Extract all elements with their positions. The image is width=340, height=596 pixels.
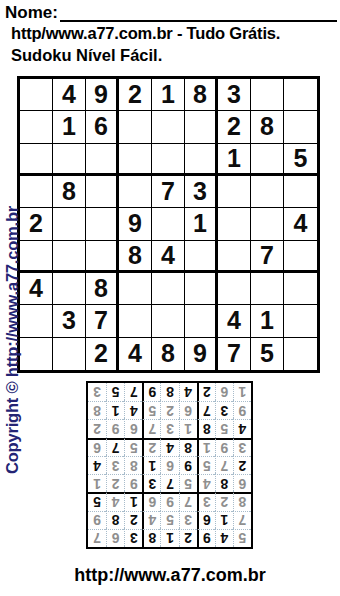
puzzle-cell-r9c9[interactable] [284, 338, 317, 370]
puzzle-cell-r5c9: 4 [284, 208, 317, 240]
puzzle-cell-r9c5: 8 [152, 338, 185, 370]
puzzle-cell-r4c4[interactable] [119, 176, 152, 208]
puzzle-cell-r1c3: 9 [86, 79, 119, 111]
solution-cell-r9c3: 2 [197, 383, 215, 401]
puzzle-cell-r2c7: 2 [218, 111, 251, 143]
solution-cell-r6c6: 2 [142, 438, 160, 456]
solution-cell-r4c3: 4 [197, 474, 215, 492]
solution-cell-r9c6: 9 [142, 383, 160, 401]
puzzle-cell-r8c4[interactable] [119, 305, 152, 337]
solution-cell-r4c6: 3 [142, 474, 160, 492]
puzzle-cell-r4c6: 3 [185, 176, 218, 208]
solution-cell-r4c4: 5 [179, 474, 197, 492]
puzzle-cell-r1c1[interactable] [20, 79, 53, 111]
puzzle-cell-r6c7[interactable] [218, 241, 251, 273]
sudoku-worksheet-page: Nome: http/www.a77.com.br - Tudo Grátis.… [0, 0, 340, 596]
name-label: Nome: [5, 3, 58, 22]
puzzle-cell-r6c3[interactable] [86, 241, 119, 273]
puzzle-cell-r5c7[interactable] [218, 208, 251, 240]
puzzle-cell-r8c1[interactable] [20, 305, 53, 337]
solution-cell-r9c4: 4 [179, 383, 197, 401]
solution-cell-r3c5: 9 [160, 492, 178, 510]
puzzle-cell-r6c2[interactable] [53, 241, 86, 273]
puzzle-cell-r1c4: 2 [119, 79, 152, 111]
puzzle-cell-r5c2[interactable] [53, 208, 86, 240]
solution-cell-r3c3: 3 [197, 492, 215, 510]
puzzle-cell-r2c5[interactable] [152, 111, 185, 143]
solution-cell-r5c2: 7 [215, 456, 233, 474]
puzzle-cell-r8c5[interactable] [152, 305, 185, 337]
solution-cell-r5c4: 9 [179, 456, 197, 474]
puzzle-cell-r7c8[interactable] [251, 273, 284, 305]
puzzle-cell-r6c8: 7 [251, 241, 284, 273]
solution-cell-r7c3: 8 [197, 419, 215, 437]
solution-cell-r2c1: 7 [233, 511, 251, 529]
puzzle-cell-r7c1: 4 [20, 273, 53, 305]
puzzle-cell-r2c3: 6 [86, 111, 119, 143]
solution-cell-r7c7: 6 [124, 419, 142, 437]
puzzle-cell-r2c4[interactable] [119, 111, 152, 143]
copyright-text: Copyright © http://www.a77.com.br [3, 206, 22, 474]
puzzle-cell-r5c5[interactable] [152, 208, 185, 240]
solution-cell-r7c4: 1 [179, 419, 197, 437]
puzzle-cell-r9c2[interactable] [53, 338, 86, 370]
puzzle-cell-r1c7: 3 [218, 79, 251, 111]
puzzle-cell-r3c4[interactable] [119, 144, 152, 176]
solution-cell-r9c2: 6 [215, 383, 233, 401]
solution-cell-r5c6: 1 [142, 456, 160, 474]
puzzle-cell-r4c9[interactable] [284, 176, 317, 208]
solution-cell-r8c6: 5 [142, 401, 160, 419]
solution-cell-r6c9: 6 [88, 438, 106, 456]
solution-cell-r1c9: 7 [88, 529, 106, 547]
solution-cell-r8c4: 6 [179, 401, 197, 419]
puzzle-cell-r9c4: 4 [119, 338, 152, 370]
puzzle-cell-r7c3: 8 [86, 273, 119, 305]
puzzle-cell-r9c3: 2 [86, 338, 119, 370]
solution-cell-r5c3: 5 [197, 456, 215, 474]
puzzle-cell-r9c8: 5 [251, 338, 284, 370]
solution-cell-r4c2: 8 [215, 474, 233, 492]
solution-cell-r9c7: 7 [124, 383, 142, 401]
sudoku-solution-grid-rotated: 5492183677163542898237961456845739212759… [86, 381, 253, 549]
solution-cell-r5c7: 8 [124, 456, 142, 474]
solution-cell-r6c3: 1 [197, 438, 215, 456]
puzzle-cell-r8c6[interactable] [185, 305, 218, 337]
solution-cell-r8c8: 1 [106, 401, 124, 419]
solution-cell-r1c2: 4 [215, 529, 233, 547]
puzzle-cell-r8c3: 7 [86, 305, 119, 337]
puzzle-cell-r1c6: 8 [185, 79, 218, 111]
solution-cell-r3c8: 4 [106, 492, 124, 510]
solution-cell-r1c8: 6 [106, 529, 124, 547]
solution-cell-r3c4: 7 [179, 492, 197, 510]
solution-cell-r7c5: 3 [160, 419, 178, 437]
puzzle-cell-r4c7[interactable] [218, 176, 251, 208]
puzzle-cell-r1c2: 4 [53, 79, 86, 111]
puzzle-cell-r4c1[interactable] [20, 176, 53, 208]
puzzle-cell-r1c9[interactable] [284, 79, 317, 111]
solution-cell-r1c7: 3 [124, 529, 142, 547]
puzzle-cell-r2c9[interactable] [284, 111, 317, 143]
puzzle-cell-r9c6: 9 [185, 338, 218, 370]
solution-cell-r7c1: 4 [233, 419, 251, 437]
puzzle-cell-r9c1[interactable] [20, 338, 53, 370]
solution-cell-r4c7: 9 [124, 474, 142, 492]
solution-cell-r2c6: 4 [142, 511, 160, 529]
puzzle-cell-r5c1: 2 [20, 208, 53, 240]
puzzle-cell-r6c5: 4 [152, 241, 185, 273]
solution-cell-r5c5: 6 [160, 456, 178, 474]
solution-cell-r8c9: 8 [88, 401, 106, 419]
puzzle-cell-r5c4: 9 [119, 208, 152, 240]
solution-cell-r8c1: 9 [233, 401, 251, 419]
solution-cell-r7c8: 9 [106, 419, 124, 437]
puzzle-cell-r3c8[interactable] [251, 144, 284, 176]
solution-cell-r9c5: 8 [160, 383, 178, 401]
puzzle-cell-r2c6[interactable] [185, 111, 218, 143]
puzzle-cell-r6c6[interactable] [185, 241, 218, 273]
solution-cell-r2c3: 6 [197, 511, 215, 529]
solution-cell-r2c9: 9 [88, 511, 106, 529]
solution-cell-r2c8: 8 [106, 511, 124, 529]
puzzle-cell-r8c8: 1 [251, 305, 284, 337]
puzzle-cell-r3c3[interactable] [86, 144, 119, 176]
solution-cell-r3c7: 1 [124, 492, 142, 510]
solution-cell-r9c9: 3 [88, 383, 106, 401]
solution-cell-r8c3: 7 [197, 401, 215, 419]
solution-cell-r6c2: 9 [215, 438, 233, 456]
puzzle-cell-r7c2[interactable] [53, 273, 86, 305]
solution-cell-r7c9: 2 [88, 419, 106, 437]
solution-cell-r8c2: 3 [215, 401, 233, 419]
puzzle-cell-r6c9[interactable] [284, 241, 317, 273]
solution-cell-r8c7: 4 [124, 401, 142, 419]
solution-cell-r6c4: 8 [179, 438, 197, 456]
puzzle-cell-r6c1[interactable] [20, 241, 53, 273]
puzzle-cell-r9c7: 7 [218, 338, 251, 370]
solution-cell-r1c1: 5 [233, 529, 251, 547]
solution-cell-r4c5: 7 [160, 474, 178, 492]
puzzle-cell-r7c9[interactable] [284, 273, 317, 305]
puzzle-cell-r5c6: 1 [185, 208, 218, 240]
puzzle-cell-r7c6[interactable] [185, 273, 218, 305]
solution-cell-r1c5: 1 [160, 529, 178, 547]
footer-url: http://www.a77.com.br [0, 565, 340, 586]
solution-cell-r3c2: 2 [215, 492, 233, 510]
solution-cell-r2c5: 5 [160, 511, 178, 529]
solution-cell-r6c8: 7 [106, 438, 124, 456]
solution-cell-r7c2: 5 [215, 419, 233, 437]
solution-cell-r5c9: 4 [88, 456, 106, 474]
puzzle-cell-r3c7: 1 [218, 144, 251, 176]
puzzle-cell-r4c3[interactable] [86, 176, 119, 208]
solution-cell-r7c6: 7 [142, 419, 160, 437]
puzzle-cell-r3c2[interactable] [53, 144, 86, 176]
puzzle-cell-r2c2: 1 [53, 111, 86, 143]
puzzle-cell-r8c9[interactable] [284, 305, 317, 337]
name-blank-line[interactable] [60, 2, 337, 22]
puzzle-cell-r8c2: 3 [53, 305, 86, 337]
puzzle-cell-r8c7: 4 [218, 305, 251, 337]
puzzle-cell-r3c1[interactable] [20, 144, 53, 176]
solution-cell-r9c1: 1 [233, 383, 251, 401]
puzzle-cell-r3c5[interactable] [152, 144, 185, 176]
solution-cell-r6c5: 4 [160, 438, 178, 456]
name-row: Nome: [5, 2, 337, 22]
solution-cell-r5c1: 2 [233, 456, 251, 474]
puzzle-cell-r7c4[interactable] [119, 273, 152, 305]
solution-cell-r3c9: 5 [88, 492, 106, 510]
solution-cell-r6c1: 3 [233, 438, 251, 456]
solution-cell-r5c8: 3 [106, 456, 124, 474]
site-header: http/www.a77.com.br - Tudo Grátis. [11, 24, 280, 43]
solution-cell-r4c9: 1 [88, 474, 106, 492]
solution-cell-r1c6: 8 [142, 529, 160, 547]
puzzle-cell-r4c2: 8 [53, 176, 86, 208]
solution-cell-r4c8: 2 [106, 474, 124, 492]
solution-cell-r8c5: 2 [160, 401, 178, 419]
solution-cell-r2c4: 3 [179, 511, 197, 529]
solution-cell-r6c7: 5 [124, 438, 142, 456]
puzzle-cell-r3c6[interactable] [185, 144, 218, 176]
puzzle-cell-r3c9: 5 [284, 144, 317, 176]
puzzle-level-title: Sudoku Nível Fácil. [11, 46, 162, 65]
puzzle-cell-r4c8[interactable] [251, 176, 284, 208]
solution-cell-r4c1: 6 [233, 474, 251, 492]
solution-cell-r1c3: 9 [197, 529, 215, 547]
solution-cell-r9c8: 5 [106, 383, 124, 401]
solution-cell-r1c4: 2 [179, 529, 197, 547]
solution-cell-r2c2: 1 [215, 511, 233, 529]
puzzle-cell-r2c1[interactable] [20, 111, 53, 143]
puzzle-cell-r6c4: 8 [119, 241, 152, 273]
puzzle-cell-r7c7[interactable] [218, 273, 251, 305]
puzzle-cell-r1c5: 1 [152, 79, 185, 111]
puzzle-cell-r4c5: 7 [152, 176, 185, 208]
puzzle-cell-r5c3[interactable] [86, 208, 119, 240]
puzzle-cell-r7c5[interactable] [152, 273, 185, 305]
solution-cell-r3c6: 6 [142, 492, 160, 510]
solution-cell-r3c1: 8 [233, 492, 251, 510]
puzzle-cell-r1c8[interactable] [251, 79, 284, 111]
sudoku-puzzle-grid[interactable]: 4921831628158732914847483741248975 [17, 76, 320, 373]
solution-cell-r2c7: 2 [124, 511, 142, 529]
puzzle-cell-r2c8: 8 [251, 111, 284, 143]
puzzle-cell-r5c8[interactable] [251, 208, 284, 240]
